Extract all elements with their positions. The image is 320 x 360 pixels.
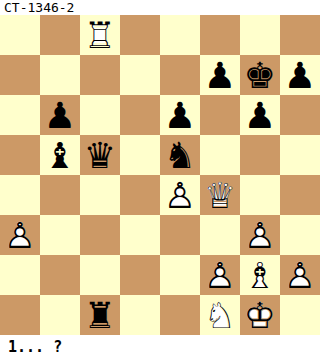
square-f1[interactable]: ♞♘ (200, 295, 240, 335)
black-pawn-piece: ♟ (280, 55, 320, 95)
white-rook-piece: ♜♖ (80, 15, 120, 55)
square-b3[interactable] (40, 215, 80, 255)
square-g2[interactable]: ♝♗ (240, 255, 280, 295)
square-a2[interactable] (0, 255, 40, 295)
square-e1[interactable] (160, 295, 200, 335)
black-pawn-piece: ♟ (240, 95, 280, 135)
square-a8[interactable] (0, 15, 40, 55)
square-g5[interactable] (240, 135, 280, 175)
square-f8[interactable] (200, 15, 240, 55)
white-pawn-piece: ♟♙ (0, 215, 40, 255)
square-g3[interactable]: ♟♙ (240, 215, 280, 255)
move-prompt: 1... ? (0, 335, 320, 360)
square-e3[interactable] (160, 215, 200, 255)
white-pawn-piece: ♟♙ (280, 255, 320, 295)
square-e8[interactable] (160, 15, 200, 55)
square-g7[interactable]: ♚ (240, 55, 280, 95)
square-c6[interactable] (80, 95, 120, 135)
square-b6[interactable]: ♟ (40, 95, 80, 135)
square-c5[interactable]: ♛ (80, 135, 120, 175)
white-pawn-piece: ♟♙ (240, 215, 280, 255)
black-queen-piece: ♛ (80, 135, 120, 175)
square-e5[interactable]: ♞ (160, 135, 200, 175)
puzzle-title: CT-1346-2 (0, 0, 320, 15)
square-h1[interactable] (280, 295, 320, 335)
square-h8[interactable] (280, 15, 320, 55)
square-h6[interactable] (280, 95, 320, 135)
square-g4[interactable] (240, 175, 280, 215)
white-knight-piece: ♞♘ (200, 295, 240, 335)
chess-diagram-page: CT-1346-2 ♜♖♟♚♟♟♟♟♝♛♞♟♙♛♕♟♙♟♙♟♙♝♗♟♙♜♞♘♚♔… (0, 0, 320, 360)
square-f5[interactable] (200, 135, 240, 175)
square-b1[interactable] (40, 295, 80, 335)
square-d2[interactable] (120, 255, 160, 295)
black-pawn-piece: ♟ (40, 95, 80, 135)
black-bishop-piece: ♝ (40, 135, 80, 175)
square-g1[interactable]: ♚♔ (240, 295, 280, 335)
square-e7[interactable] (160, 55, 200, 95)
square-h7[interactable]: ♟ (280, 55, 320, 95)
square-f2[interactable]: ♟♙ (200, 255, 240, 295)
square-b2[interactable] (40, 255, 80, 295)
square-d8[interactable] (120, 15, 160, 55)
square-d4[interactable] (120, 175, 160, 215)
black-knight-piece: ♞ (160, 135, 200, 175)
square-b5[interactable]: ♝ (40, 135, 80, 175)
square-f4[interactable]: ♛♕ (200, 175, 240, 215)
square-d6[interactable] (120, 95, 160, 135)
square-b4[interactable] (40, 175, 80, 215)
square-h4[interactable] (280, 175, 320, 215)
square-c3[interactable] (80, 215, 120, 255)
square-a4[interactable] (0, 175, 40, 215)
square-e6[interactable]: ♟ (160, 95, 200, 135)
square-c7[interactable] (80, 55, 120, 95)
square-e4[interactable]: ♟♙ (160, 175, 200, 215)
square-h2[interactable]: ♟♙ (280, 255, 320, 295)
black-rook-piece: ♜ (80, 295, 120, 335)
square-h3[interactable] (280, 215, 320, 255)
square-h5[interactable] (280, 135, 320, 175)
square-g6[interactable]: ♟ (240, 95, 280, 135)
black-pawn-piece: ♟ (200, 55, 240, 95)
square-f3[interactable] (200, 215, 240, 255)
square-d5[interactable] (120, 135, 160, 175)
black-king-piece: ♚ (240, 55, 280, 95)
square-b7[interactable] (40, 55, 80, 95)
square-c8[interactable]: ♜♖ (80, 15, 120, 55)
white-pawn-piece: ♟♙ (160, 175, 200, 215)
square-g8[interactable] (240, 15, 280, 55)
square-d3[interactable] (120, 215, 160, 255)
square-d7[interactable] (120, 55, 160, 95)
square-a6[interactable] (0, 95, 40, 135)
square-a7[interactable] (0, 55, 40, 95)
square-e2[interactable] (160, 255, 200, 295)
black-pawn-piece: ♟ (160, 95, 200, 135)
square-c1[interactable]: ♜ (80, 295, 120, 335)
square-b8[interactable] (40, 15, 80, 55)
square-c2[interactable] (80, 255, 120, 295)
chess-board: ♜♖♟♚♟♟♟♟♝♛♞♟♙♛♕♟♙♟♙♟♙♝♗♟♙♜♞♘♚♔ (0, 15, 320, 335)
square-f7[interactable]: ♟ (200, 55, 240, 95)
square-d1[interactable] (120, 295, 160, 335)
square-a3[interactable]: ♟♙ (0, 215, 40, 255)
white-pawn-piece: ♟♙ (200, 255, 240, 295)
white-queen-piece: ♛♕ (200, 175, 240, 215)
white-bishop-piece: ♝♗ (240, 255, 280, 295)
square-f6[interactable] (200, 95, 240, 135)
square-a5[interactable] (0, 135, 40, 175)
square-a1[interactable] (0, 295, 40, 335)
square-c4[interactable] (80, 175, 120, 215)
white-king-piece: ♚♔ (240, 295, 280, 335)
